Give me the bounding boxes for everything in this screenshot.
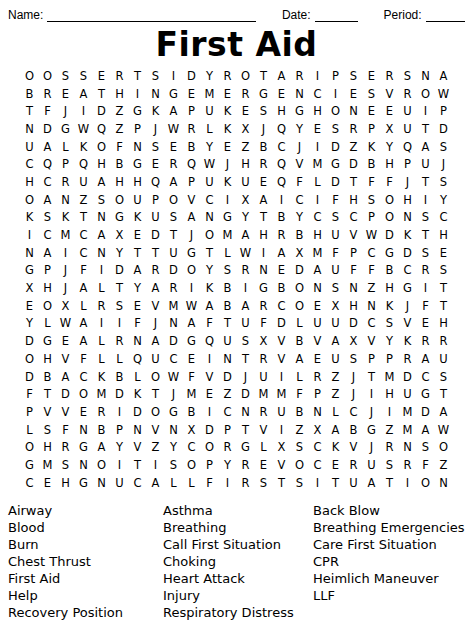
grid-cell: V [39,403,57,421]
grid-cell: A [417,350,435,368]
grid-cell: T [21,102,39,120]
grid-cell: R [399,456,417,474]
grid-cell: R [39,85,57,103]
grid-cell: C [75,244,93,262]
grid-cell: W [435,85,453,103]
grid-cell: H [435,226,453,244]
grid-cell: I [309,474,327,492]
grid-cell: S [399,67,417,85]
grid-cell: R [165,279,183,297]
grid-cell: M [273,385,291,403]
grid-cell: D [273,315,291,333]
period-blank-field[interactable] [426,8,465,22]
grid-cell: I [417,279,435,297]
grid-cell: Y [237,209,255,227]
grid-cell: B [255,138,273,156]
word-item: Injury [163,587,313,604]
grid-cell: F [75,350,93,368]
word-item: Help [8,587,163,604]
grid-cell: C [75,226,93,244]
grid-cell: U [399,102,417,120]
grid-cell: J [435,155,453,173]
grid-cell: K [219,120,237,138]
grid-cell: R [255,403,273,421]
grid-cell: V [345,438,363,456]
grid-cell: N [309,279,327,297]
grid-cell: A [417,421,435,439]
grid-cell: T [381,474,399,492]
grid-cell: A [75,315,93,333]
grid-cell: O [21,191,39,209]
grid-cell: H [309,102,327,120]
grid-cell: D [219,368,237,386]
grid-cell: P [363,209,381,227]
date-label: Date: [282,8,311,22]
grid-cell: G [183,332,201,350]
grid-cell: K [399,226,417,244]
grid-cell: Z [219,385,237,403]
grid-cell: R [57,173,75,191]
grid-cell: D [327,173,345,191]
grid-cell: E [219,85,237,103]
grid-cell: E [75,403,93,421]
grid-cell: R [435,332,453,350]
grid-cell: N [435,474,453,492]
grid-cell: Z [147,438,165,456]
word-item: Back Blow [313,502,465,519]
grid-cell: R [255,155,273,173]
grid-cell: J [57,262,75,280]
grid-cell: G [363,421,381,439]
grid-cell: B [111,155,129,173]
name-label: Name: [8,8,43,22]
grid-cell: E [57,85,75,103]
grid-cell: K [75,138,93,156]
grid-cell: H [435,315,453,333]
grid-cell: F [183,368,201,386]
grid-cell: J [345,368,363,386]
grid-cell: O [417,474,435,492]
grid-cell: O [417,85,435,103]
grid-cell: U [327,350,345,368]
grid-cell: O [39,297,57,315]
grid-cell: K [219,173,237,191]
grid-cell: M [39,456,57,474]
grid-cell: K [93,368,111,386]
grid-cell: V [57,403,75,421]
grid-cell: C [273,297,291,315]
word-item: Respiratory Distress [163,604,313,621]
grid-cell: N [237,403,255,421]
grid-cell: K [129,385,147,403]
grid-cell: I [255,244,273,262]
grid-cell: M [381,368,399,386]
grid-cell: E [237,102,255,120]
grid-cell: D [39,120,57,138]
grid-cell: X [273,438,291,456]
grid-cell: P [363,350,381,368]
grid-cell: Y [201,67,219,85]
grid-cell: F [327,191,345,209]
grid-cell: C [345,209,363,227]
grid-cell: N [363,297,381,315]
grid-cell: O [381,191,399,209]
grid-cell: D [147,226,165,244]
grid-cell: N [93,209,111,227]
grid-cell: N [345,279,363,297]
grid-cell: D [327,138,345,156]
grid-cell: V [273,456,291,474]
grid-cell: A [165,173,183,191]
grid-cell: I [147,456,165,474]
grid-cell: R [237,456,255,474]
grid-cell: O [21,67,39,85]
grid-cell: T [129,456,147,474]
grid-cell: S [435,138,453,156]
grid-cell: M [93,385,111,403]
grid-cell: P [201,456,219,474]
grid-cell: N [345,102,363,120]
grid-cell: I [309,191,327,209]
grid-cell: X [327,297,345,315]
grid-cell: U [147,209,165,227]
grid-cell: U [129,191,147,209]
grid-cell: B [381,262,399,280]
grid-cell: F [39,102,57,120]
grid-cell: L [183,474,201,492]
grid-cell: R [111,332,129,350]
grid-cell: X [237,191,255,209]
grid-cell: O [21,438,39,456]
grid-cell: I [93,315,111,333]
grid-cell: Z [111,102,129,120]
grid-cell: S [57,456,75,474]
grid-cell: C [291,191,309,209]
grid-cell: T [237,421,255,439]
grid-cell: O [291,297,309,315]
grid-cell: Q [273,120,291,138]
grid-cell: F [291,385,309,403]
grid-cell: T [273,474,291,492]
grid-cell: Y [201,138,219,156]
grid-cell: I [201,350,219,368]
word-item: Asthma [163,502,313,519]
grid-cell: F [417,297,435,315]
grid-cell: N [93,474,111,492]
grid-cell: D [111,262,129,280]
grid-cell: D [435,120,453,138]
grid-cell: B [291,226,309,244]
grid-cell: R [237,85,255,103]
grid-cell: T [111,279,129,297]
grid-cell: W [363,226,381,244]
grid-cell: P [219,421,237,439]
grid-cell: I [309,138,327,156]
grid-cell: M [219,226,237,244]
grid-cell: Z [75,191,93,209]
grid-cell: G [327,155,345,173]
grid-cell: F [327,244,345,262]
grid-cell: K [21,209,39,227]
grid-cell: S [255,102,273,120]
grid-cell: L [129,368,147,386]
word-item: LLF [313,587,465,604]
grid-cell: J [237,368,255,386]
grid-cell: V [201,368,219,386]
grid-cell: I [129,85,147,103]
grid-cell: G [21,456,39,474]
grid-cell: A [435,67,453,85]
grid-cell: J [399,173,417,191]
grid-cell: D [399,368,417,386]
grid-cell: K [399,332,417,350]
grid-cell: R [57,438,75,456]
grid-cell: D [183,67,201,85]
grid-cell: U [327,262,345,280]
grid-cell: J [183,226,201,244]
grid-cell: O [183,262,201,280]
grid-cell: Q [201,332,219,350]
grid-cell: S [93,191,111,209]
grid-cell: A [327,421,345,439]
grid-cell: U [237,173,255,191]
grid-cell: C [75,368,93,386]
grid-cell: D [93,102,111,120]
grid-cell: Y [381,138,399,156]
grid-cell: N [219,350,237,368]
grid-cell: U [363,456,381,474]
grid-cell: T [219,315,237,333]
grid-cell: U [345,474,363,492]
grid-cell: D [291,262,309,280]
grid-cell: A [363,474,381,492]
grid-cell: H [39,279,57,297]
grid-cell: U [417,155,435,173]
grid-cell: E [201,385,219,403]
grid-cell: Q [273,173,291,191]
grid-cell: T [417,226,435,244]
grid-cell: I [21,226,39,244]
grid-cell: I [363,385,381,403]
grid-cell: I [183,279,201,297]
grid-cell: N [93,244,111,262]
grid-cell: L [291,315,309,333]
grid-cell: N [165,315,183,333]
grid-cell: M [201,85,219,103]
grid-cell: Q [399,138,417,156]
grid-cell: I [237,279,255,297]
grid-cell: V [291,155,309,173]
grid-cell: G [381,244,399,262]
grid-cell: N [309,403,327,421]
grid-cell: D [165,332,183,350]
grid-cell: N [21,244,39,262]
grid-cell: S [165,456,183,474]
grid-cell: X [111,226,129,244]
grid-cell: L [93,279,111,297]
grid-cell: H [381,155,399,173]
grid-cell: A [183,315,201,333]
grid-cell: G [183,244,201,262]
grid-cell: B [219,279,237,297]
grid-cell: P [363,120,381,138]
grid-cell: N [57,191,75,209]
period-label: Period: [384,8,422,22]
grid-cell: G [237,438,255,456]
grid-cell: K [363,138,381,156]
grid-cell: M [309,155,327,173]
word-item: Call First Situation [163,536,313,553]
grid-cell: L [75,297,93,315]
grid-cell: C [219,403,237,421]
grid-cell: R [237,474,255,492]
grid-cell: D [399,244,417,262]
grid-cell: T [255,209,273,227]
grid-cell: V [363,332,381,350]
grid-cell: O [201,226,219,244]
grid-cell: P [399,155,417,173]
grid-cell: Y [219,456,237,474]
grid-cell: A [183,209,201,227]
grid-cell: R [417,262,435,280]
grid-cell: R [291,67,309,85]
grid-cell: A [75,279,93,297]
grid-cell: B [363,155,381,173]
grid-cell: J [147,315,165,333]
grid-cell: Z [111,120,129,138]
grid-cell: T [255,67,273,85]
grid-cell: O [237,67,255,85]
grid-cell: R [381,438,399,456]
grid-cell: A [201,297,219,315]
grid-cell: E [363,67,381,85]
grid-cell: G [255,85,273,103]
grid-cell: A [309,262,327,280]
grid-cell: L [111,350,129,368]
grid-cell: K [57,209,75,227]
grid-cell: Y [129,279,147,297]
grid-cell: S [417,244,435,262]
grid-cell: H [111,85,129,103]
grid-cell: I [93,262,111,280]
grid-cell: M [183,385,201,403]
grid-cell: G [75,474,93,492]
grid-cell: U [165,244,183,262]
grid-cell: P [57,155,75,173]
grid-cell: U [327,315,345,333]
grid-cell: C [309,85,327,103]
grid-cell: D [111,385,129,403]
grid-cell: I [417,191,435,209]
grid-cell: S [381,315,399,333]
grid-cell: Y [291,120,309,138]
grid-cell: D [381,226,399,244]
grid-cell: H [273,102,291,120]
grid-cell: A [435,403,453,421]
grid-cell: U [309,315,327,333]
grid-cell: H [111,173,129,191]
grid-cell: C [165,350,183,368]
grid-cell: R [417,332,435,350]
grid-cell: U [399,385,417,403]
grid-cell: U [255,368,273,386]
grid-cell: E [219,138,237,156]
grid-cell: C [39,173,57,191]
grid-cell: S [255,474,273,492]
grid-cell: G [39,332,57,350]
grid-cell: T [201,244,219,262]
grid-cell: U [75,173,93,191]
grid-cell: F [111,138,129,156]
grid-cell: A [165,102,183,120]
grid-cell: A [273,67,291,85]
grid-cell: S [147,67,165,85]
grid-cell: O [39,67,57,85]
grid-cell: O [93,138,111,156]
grid-cell: D [21,368,39,386]
grid-cell: L [93,350,111,368]
grid-cell: I [219,474,237,492]
grid-cell: L [219,244,237,262]
grid-cell: S [111,297,129,315]
grid-cell: E [21,297,39,315]
grid-cell: U [273,403,291,421]
grid-cell: H [93,155,111,173]
grid-cell: G [57,120,75,138]
grid-cell: Q [147,173,165,191]
grid-cell: I [309,67,327,85]
grid-cell: D [57,385,75,403]
grid-cell: C [201,191,219,209]
grid-cell: E [327,456,345,474]
name-blank-field[interactable] [47,8,256,22]
grid-cell: D [417,403,435,421]
grid-cell: C [183,438,201,456]
grid-cell: S [381,456,399,474]
grid-cell: B [183,138,201,156]
grid-cell: S [39,421,57,439]
grid-cell: N [399,209,417,227]
grid-cell: R [399,350,417,368]
grid-cell: C [363,244,381,262]
grid-cell: I [57,244,75,262]
grid-cell: Y [111,438,129,456]
grid-cell: E [417,315,435,333]
grid-cell: C [417,368,435,386]
grid-cell: W [57,315,75,333]
grid-cell: Z [381,421,399,439]
grid-cell: N [201,209,219,227]
grid-cell: L [309,173,327,191]
grid-cell: E [57,332,75,350]
grid-cell: G [417,385,435,403]
grid-cell: I [273,191,291,209]
grid-cell: A [327,332,345,350]
date-blank-field[interactable] [315,8,358,22]
grid-cell: V [381,85,399,103]
grid-cell: Q [129,350,147,368]
grid-cell: T [129,67,147,85]
grid-cell: L [291,368,309,386]
grid-cell: S [435,368,453,386]
grid-cell: U [147,350,165,368]
grid-cell: U [219,332,237,350]
grid-cell: Y [291,209,309,227]
grid-cell: B [21,85,39,103]
grid-cell: X [57,297,75,315]
grid-cell: Y [165,438,183,456]
grid-cell: G [219,209,237,227]
